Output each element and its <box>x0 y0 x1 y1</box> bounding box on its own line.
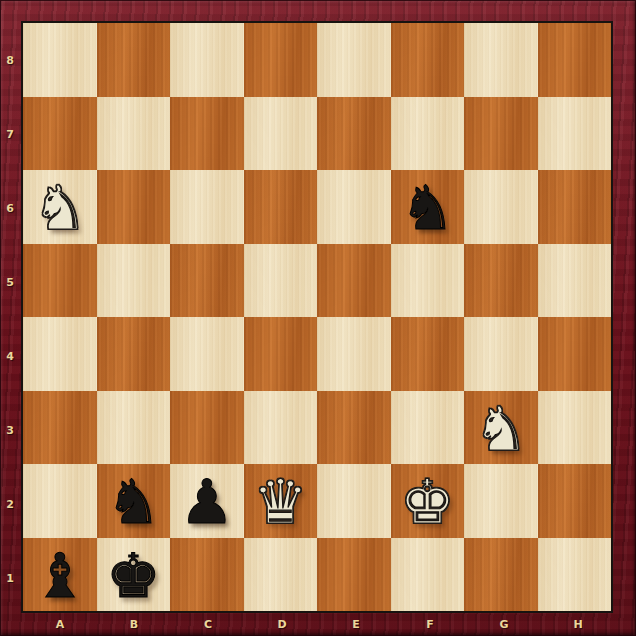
square-e8[interactable] <box>317 23 391 97</box>
square-h4[interactable] <box>538 317 612 391</box>
file-label-b: B <box>130 618 138 631</box>
square-d7[interactable] <box>244 97 318 171</box>
square-b6[interactable] <box>97 170 171 244</box>
rank-label-2: 2 <box>6 498 14 511</box>
file-label-c: C <box>204 618 212 631</box>
file-label-a: A <box>56 618 65 631</box>
chess-board-frame: ♞♞♞♞♟♛♚♝♚ 87654321ABCDEFGH <box>0 0 636 636</box>
square-c3[interactable] <box>170 391 244 465</box>
square-c6[interactable] <box>170 170 244 244</box>
square-b1[interactable]: ♚ <box>97 538 171 612</box>
rank-label-3: 3 <box>6 424 14 437</box>
file-label-g: G <box>499 618 508 631</box>
square-f3[interactable] <box>391 391 465 465</box>
square-a3[interactable] <box>23 391 97 465</box>
white-king-icon[interactable]: ♚ <box>400 471 455 532</box>
square-h7[interactable] <box>538 97 612 171</box>
square-b4[interactable] <box>97 317 171 391</box>
square-d2[interactable]: ♛ <box>244 464 318 538</box>
file-label-d: D <box>277 618 286 631</box>
black-knight-icon[interactable]: ♞ <box>400 177 455 238</box>
black-bishop-icon[interactable]: ♝ <box>32 545 87 606</box>
square-c8[interactable] <box>170 23 244 97</box>
square-f1[interactable] <box>391 538 465 612</box>
black-pawn-icon[interactable]: ♟ <box>179 471 234 532</box>
square-e4[interactable] <box>317 317 391 391</box>
square-h1[interactable] <box>538 538 612 612</box>
square-g8[interactable] <box>464 23 538 97</box>
square-d6[interactable] <box>244 170 318 244</box>
rank-label-6: 6 <box>6 202 14 215</box>
rank-label-8: 8 <box>6 54 14 67</box>
rank-label-1: 1 <box>6 572 14 585</box>
file-label-e: E <box>352 618 360 631</box>
square-b2[interactable]: ♞ <box>97 464 171 538</box>
square-g3[interactable]: ♞ <box>464 391 538 465</box>
square-e5[interactable] <box>317 244 391 318</box>
white-knight-icon[interactable]: ♞ <box>32 177 87 238</box>
black-knight-icon[interactable]: ♞ <box>106 471 161 532</box>
square-a1[interactable]: ♝ <box>23 538 97 612</box>
rank-label-4: 4 <box>6 350 14 363</box>
square-c4[interactable] <box>170 317 244 391</box>
square-d4[interactable] <box>244 317 318 391</box>
square-h8[interactable] <box>538 23 612 97</box>
square-c7[interactable] <box>170 97 244 171</box>
square-a7[interactable] <box>23 97 97 171</box>
square-c5[interactable] <box>170 244 244 318</box>
rank-label-7: 7 <box>6 128 14 141</box>
square-g2[interactable] <box>464 464 538 538</box>
square-h3[interactable] <box>538 391 612 465</box>
white-queen-icon[interactable]: ♛ <box>253 471 308 532</box>
square-d1[interactable] <box>244 538 318 612</box>
square-f7[interactable] <box>391 97 465 171</box>
square-a8[interactable] <box>23 23 97 97</box>
square-a2[interactable] <box>23 464 97 538</box>
square-c1[interactable] <box>170 538 244 612</box>
square-a6[interactable]: ♞ <box>23 170 97 244</box>
square-g7[interactable] <box>464 97 538 171</box>
file-label-h: H <box>573 618 582 631</box>
chess-board: ♞♞♞♞♟♛♚♝♚ <box>21 21 613 613</box>
file-label-f: F <box>426 618 434 631</box>
square-e3[interactable] <box>317 391 391 465</box>
square-e6[interactable] <box>317 170 391 244</box>
black-king-icon[interactable]: ♚ <box>106 545 161 606</box>
square-d8[interactable] <box>244 23 318 97</box>
square-b3[interactable] <box>97 391 171 465</box>
square-f2[interactable]: ♚ <box>391 464 465 538</box>
square-e2[interactable] <box>317 464 391 538</box>
square-f6[interactable]: ♞ <box>391 170 465 244</box>
square-e7[interactable] <box>317 97 391 171</box>
square-h2[interactable] <box>538 464 612 538</box>
square-g4[interactable] <box>464 317 538 391</box>
square-g1[interactable] <box>464 538 538 612</box>
square-f4[interactable] <box>391 317 465 391</box>
rank-label-5: 5 <box>6 276 14 289</box>
square-d3[interactable] <box>244 391 318 465</box>
square-d5[interactable] <box>244 244 318 318</box>
square-h6[interactable] <box>538 170 612 244</box>
square-g5[interactable] <box>464 244 538 318</box>
square-c2[interactable]: ♟ <box>170 464 244 538</box>
square-h5[interactable] <box>538 244 612 318</box>
square-b5[interactable] <box>97 244 171 318</box>
square-a4[interactable] <box>23 317 97 391</box>
square-f8[interactable] <box>391 23 465 97</box>
square-f5[interactable] <box>391 244 465 318</box>
square-e1[interactable] <box>317 538 391 612</box>
square-g6[interactable] <box>464 170 538 244</box>
square-b7[interactable] <box>97 97 171 171</box>
white-knight-icon[interactable]: ♞ <box>473 398 528 459</box>
square-b8[interactable] <box>97 23 171 97</box>
square-a5[interactable] <box>23 244 97 318</box>
